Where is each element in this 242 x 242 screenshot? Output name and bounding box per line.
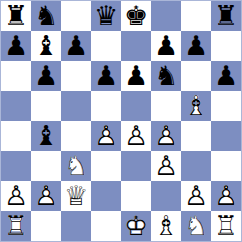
square-a1[interactable]: ♜♖: [1, 211, 31, 241]
piece-white-pawn[interactable]: ♟♙: [91, 121, 121, 151]
square-d8[interactable]: ♛: [91, 1, 121, 31]
square-b4[interactable]: ♝: [31, 121, 61, 151]
square-f4[interactable]: ♟♙: [151, 121, 181, 151]
square-c2[interactable]: ♛♕: [61, 181, 91, 211]
square-h8[interactable]: ♜: [211, 1, 241, 31]
piece-white-king[interactable]: ♚♔: [121, 211, 151, 241]
square-g1[interactable]: ♞♘: [181, 211, 211, 241]
square-g2[interactable]: ♟♙: [181, 181, 211, 211]
square-a6[interactable]: [1, 61, 31, 91]
square-f1[interactable]: ♝♗: [151, 211, 181, 241]
piece-black-pawn[interactable]: ♟: [151, 31, 181, 61]
square-g5[interactable]: ♝♗: [181, 91, 211, 121]
square-b6[interactable]: ♟: [31, 61, 61, 91]
piece-black-rook[interactable]: ♜: [211, 1, 241, 31]
square-h5[interactable]: [211, 91, 241, 121]
square-e6[interactable]: ♟: [121, 61, 151, 91]
piece-black-pawn[interactable]: ♟: [91, 61, 121, 91]
square-f6[interactable]: ♞: [151, 61, 181, 91]
piece-black-bishop[interactable]: ♝: [31, 121, 61, 151]
piece-white-queen[interactable]: ♛♕: [61, 181, 91, 211]
square-b8[interactable]: ♞: [31, 1, 61, 31]
piece-white-bishop[interactable]: ♝♗: [181, 91, 211, 121]
square-g4[interactable]: [181, 121, 211, 151]
piece-white-pawn[interactable]: ♟♙: [211, 181, 241, 211]
square-d5[interactable]: [91, 91, 121, 121]
piece-white-rook[interactable]: ♜♖: [1, 211, 31, 241]
square-b3[interactable]: [31, 151, 61, 181]
piece-black-king[interactable]: ♚: [121, 1, 151, 31]
square-e4[interactable]: ♟♙: [121, 121, 151, 151]
piece-white-pawn[interactable]: ♟♙: [181, 181, 211, 211]
piece-white-knight[interactable]: ♞♘: [181, 211, 211, 241]
piece-white-pawn[interactable]: ♟♙: [151, 121, 181, 151]
square-g8[interactable]: [181, 1, 211, 31]
square-a7[interactable]: ♟: [1, 31, 31, 61]
square-d6[interactable]: ♟: [91, 61, 121, 91]
square-a2[interactable]: ♟♙: [1, 181, 31, 211]
square-d4[interactable]: ♟♙: [91, 121, 121, 151]
piece-black-knight[interactable]: ♞: [31, 1, 61, 31]
piece-black-pawn[interactable]: ♟: [31, 61, 61, 91]
square-e1[interactable]: ♚♔: [121, 211, 151, 241]
square-f3[interactable]: ♟♙: [151, 151, 181, 181]
square-h3[interactable]: [211, 151, 241, 181]
square-c1[interactable]: [61, 211, 91, 241]
square-h6[interactable]: ♟: [211, 61, 241, 91]
square-c8[interactable]: [61, 1, 91, 31]
square-b2[interactable]: ♟♙: [31, 181, 61, 211]
square-b7[interactable]: ♝: [31, 31, 61, 61]
square-a5[interactable]: [1, 91, 31, 121]
piece-white-bishop[interactable]: ♝♗: [151, 211, 181, 241]
square-f5[interactable]: [151, 91, 181, 121]
square-e8[interactable]: ♚: [121, 1, 151, 31]
square-f2[interactable]: [151, 181, 181, 211]
square-g7[interactable]: ♟: [181, 31, 211, 61]
piece-black-pawn[interactable]: ♟: [61, 31, 91, 61]
square-g6[interactable]: [181, 61, 211, 91]
square-h4[interactable]: [211, 121, 241, 151]
square-f7[interactable]: ♟: [151, 31, 181, 61]
square-a4[interactable]: [1, 121, 31, 151]
chess-board-frame: ♜♞♛♚♜♟♝♟♟♟♟♟♟♞♟♝♗♝♟♙♟♙♟♙♞♘♟♙♟♙♟♙♛♕♟♙♟♙♜♖…: [0, 0, 242, 242]
square-c5[interactable]: [61, 91, 91, 121]
chess-board: ♜♞♛♚♜♟♝♟♟♟♟♟♟♞♟♝♗♝♟♙♟♙♟♙♞♘♟♙♟♙♟♙♛♕♟♙♟♙♜♖…: [1, 1, 241, 241]
square-d1[interactable]: [91, 211, 121, 241]
piece-white-rook[interactable]: ♜♖: [211, 211, 241, 241]
piece-white-pawn[interactable]: ♟♙: [151, 151, 181, 181]
square-d7[interactable]: [91, 31, 121, 61]
square-c4[interactable]: [61, 121, 91, 151]
piece-black-bishop[interactable]: ♝: [31, 31, 61, 61]
square-b5[interactable]: [31, 91, 61, 121]
square-e5[interactable]: [121, 91, 151, 121]
square-c7[interactable]: ♟: [61, 31, 91, 61]
piece-black-pawn[interactable]: ♟: [181, 31, 211, 61]
piece-black-pawn[interactable]: ♟: [121, 61, 151, 91]
square-e7[interactable]: [121, 31, 151, 61]
square-d3[interactable]: [91, 151, 121, 181]
square-h2[interactable]: ♟♙: [211, 181, 241, 211]
square-c6[interactable]: [61, 61, 91, 91]
piece-white-pawn[interactable]: ♟♙: [31, 181, 61, 211]
square-h7[interactable]: [211, 31, 241, 61]
square-b1[interactable]: [31, 211, 61, 241]
square-h1[interactable]: ♜♖: [211, 211, 241, 241]
square-e3[interactable]: [121, 151, 151, 181]
piece-black-knight[interactable]: ♞: [151, 61, 181, 91]
piece-white-knight[interactable]: ♞♘: [61, 151, 91, 181]
square-f8[interactable]: [151, 1, 181, 31]
square-a8[interactable]: ♜: [1, 1, 31, 31]
square-g3[interactable]: [181, 151, 211, 181]
piece-black-rook[interactable]: ♜: [1, 1, 31, 31]
piece-black-pawn[interactable]: ♟: [1, 31, 31, 61]
piece-black-queen[interactable]: ♛: [91, 1, 121, 31]
square-e2[interactable]: [121, 181, 151, 211]
square-d2[interactable]: [91, 181, 121, 211]
piece-black-pawn[interactable]: ♟: [211, 61, 241, 91]
piece-white-pawn[interactable]: ♟♙: [121, 121, 151, 151]
piece-white-pawn[interactable]: ♟♙: [1, 181, 31, 211]
square-a3[interactable]: [1, 151, 31, 181]
square-c3[interactable]: ♞♘: [61, 151, 91, 181]
